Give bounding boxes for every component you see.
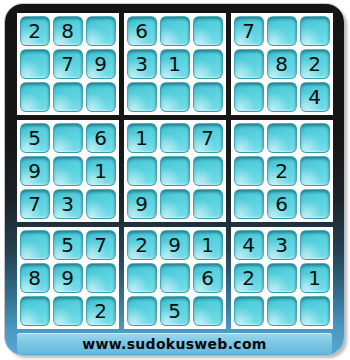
cell-r2c1[interactable] — [20, 49, 50, 79]
cell-r4c9[interactable] — [300, 123, 330, 153]
cell-r4c3[interactable]: 6 — [86, 123, 116, 153]
cell-r4c5[interactable] — [160, 123, 190, 153]
cell-r6c6[interactable] — [193, 189, 223, 219]
cell-r7c2[interactable]: 5 — [53, 230, 83, 260]
cell-r1c7[interactable]: 7 — [234, 16, 264, 46]
cell-r5c5[interactable] — [160, 156, 190, 186]
cell-r9c2[interactable] — [53, 296, 83, 326]
box-1-2: 631 — [124, 13, 226, 115]
cell-r3c8[interactable] — [267, 82, 297, 112]
cell-r5c9[interactable] — [300, 156, 330, 186]
cell-r7c5[interactable]: 9 — [160, 230, 190, 260]
cell-r5c8[interactable]: 2 — [267, 156, 297, 186]
cell-r1c2[interactable]: 8 — [53, 16, 83, 46]
cell-r8c9[interactable]: 1 — [300, 263, 330, 293]
cell-r2c2[interactable]: 7 — [53, 49, 83, 79]
cell-r5c7[interactable] — [234, 156, 264, 186]
sudoku-board: 287963178245691731792657892291654321 — [17, 13, 333, 329]
cell-r8c6[interactable]: 6 — [193, 263, 223, 293]
cell-r8c7[interactable]: 2 — [234, 263, 264, 293]
cell-r7c6[interactable]: 1 — [193, 230, 223, 260]
cell-r7c8[interactable]: 3 — [267, 230, 297, 260]
cell-r8c3[interactable] — [86, 263, 116, 293]
cell-r2c6[interactable] — [193, 49, 223, 79]
cell-r5c3[interactable]: 1 — [86, 156, 116, 186]
cell-r3c9[interactable]: 4 — [300, 82, 330, 112]
cell-r8c5[interactable] — [160, 263, 190, 293]
cell-r3c1[interactable] — [20, 82, 50, 112]
cell-r1c3[interactable] — [86, 16, 116, 46]
cell-r3c7[interactable] — [234, 82, 264, 112]
cell-r6c1[interactable]: 7 — [20, 189, 50, 219]
cell-r5c6[interactable] — [193, 156, 223, 186]
box-2-3: 26 — [231, 120, 333, 222]
cell-r3c2[interactable] — [53, 82, 83, 112]
site-link[interactable]: www.sudokusweb.com — [82, 336, 266, 352]
cell-r6c9[interactable] — [300, 189, 330, 219]
cell-r4c8[interactable] — [267, 123, 297, 153]
cell-r1c1[interactable]: 2 — [20, 16, 50, 46]
cell-r9c8[interactable] — [267, 296, 297, 326]
cell-r7c7[interactable]: 4 — [234, 230, 264, 260]
box-3-1: 57892 — [17, 227, 119, 329]
cell-r7c1[interactable] — [20, 230, 50, 260]
box-3-3: 4321 — [231, 227, 333, 329]
cell-r7c4[interactable]: 2 — [127, 230, 157, 260]
sudoku-frame: 287963178245691731792657892291654321 www… — [5, 4, 344, 355]
cell-r6c7[interactable] — [234, 189, 264, 219]
cell-r5c4[interactable] — [127, 156, 157, 186]
box-1-3: 7824 — [231, 13, 333, 115]
box-1-1: 2879 — [17, 13, 119, 115]
cell-r2c9[interactable]: 2 — [300, 49, 330, 79]
cell-r4c7[interactable] — [234, 123, 264, 153]
cell-r1c5[interactable] — [160, 16, 190, 46]
cell-r1c6[interactable] — [193, 16, 223, 46]
box-3-2: 29165 — [124, 227, 226, 329]
cell-r9c1[interactable] — [20, 296, 50, 326]
cell-r2c8[interactable]: 8 — [267, 49, 297, 79]
box-2-1: 569173 — [17, 120, 119, 222]
cell-r8c1[interactable]: 8 — [20, 263, 50, 293]
cell-r6c3[interactable] — [86, 189, 116, 219]
cell-r8c2[interactable]: 9 — [53, 263, 83, 293]
cell-r9c9[interactable] — [300, 296, 330, 326]
cell-r2c5[interactable]: 1 — [160, 49, 190, 79]
box-2-2: 179 — [124, 120, 226, 222]
cell-r6c8[interactable]: 6 — [267, 189, 297, 219]
cell-r2c3[interactable]: 9 — [86, 49, 116, 79]
cell-r3c5[interactable] — [160, 82, 190, 112]
cell-r4c1[interactable]: 5 — [20, 123, 50, 153]
cell-r6c5[interactable] — [160, 189, 190, 219]
cell-r5c1[interactable]: 9 — [20, 156, 50, 186]
cell-r5c2[interactable] — [53, 156, 83, 186]
cell-r3c4[interactable] — [127, 82, 157, 112]
cell-r9c4[interactable] — [127, 296, 157, 326]
cell-r1c4[interactable]: 6 — [127, 16, 157, 46]
cell-r7c3[interactable]: 7 — [86, 230, 116, 260]
cell-r2c4[interactable]: 3 — [127, 49, 157, 79]
cell-r9c5[interactable]: 5 — [160, 296, 190, 326]
cell-r7c9[interactable] — [300, 230, 330, 260]
cell-r4c6[interactable]: 7 — [193, 123, 223, 153]
cell-r4c2[interactable] — [53, 123, 83, 153]
cell-r4c4[interactable]: 1 — [127, 123, 157, 153]
cell-r8c8[interactable] — [267, 263, 297, 293]
cell-r6c4[interactable]: 9 — [127, 189, 157, 219]
cell-r8c4[interactable] — [127, 263, 157, 293]
cell-r9c6[interactable] — [193, 296, 223, 326]
cell-r3c6[interactable] — [193, 82, 223, 112]
cell-r2c7[interactable] — [234, 49, 264, 79]
cell-r6c2[interactable]: 3 — [53, 189, 83, 219]
cell-r3c3[interactable] — [86, 82, 116, 112]
cell-r1c9[interactable] — [300, 16, 330, 46]
footer-band: www.sudokusweb.com — [17, 333, 332, 354]
cell-r9c3[interactable]: 2 — [86, 296, 116, 326]
cell-r1c8[interactable] — [267, 16, 297, 46]
cell-r9c7[interactable] — [234, 296, 264, 326]
